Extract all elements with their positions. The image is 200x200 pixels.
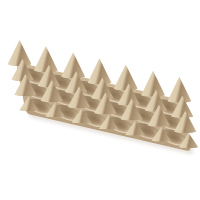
photo-background: Empty beige molded-pulp egg tray with 18…	[0, 0, 200, 200]
egg-tray-cells	[20, 66, 189, 148]
pulp-peak	[33, 46, 59, 72]
egg-pit	[159, 127, 189, 148]
egg-pit	[52, 102, 82, 123]
pulp-peak	[113, 64, 139, 90]
pulp-peak	[60, 52, 86, 78]
egg-pit	[25, 96, 55, 117]
egg-pit	[132, 121, 162, 142]
egg-pit	[105, 114, 135, 135]
image-caption: Empty beige molded-pulp egg tray with 18…	[0, 0, 1, 1]
egg-tray	[16, 62, 192, 152]
pulp-peak	[140, 71, 166, 97]
egg-pit	[79, 108, 109, 129]
pulp-peak	[86, 58, 112, 84]
pulp-peak	[166, 77, 192, 103]
pulp-peak	[7, 40, 33, 66]
